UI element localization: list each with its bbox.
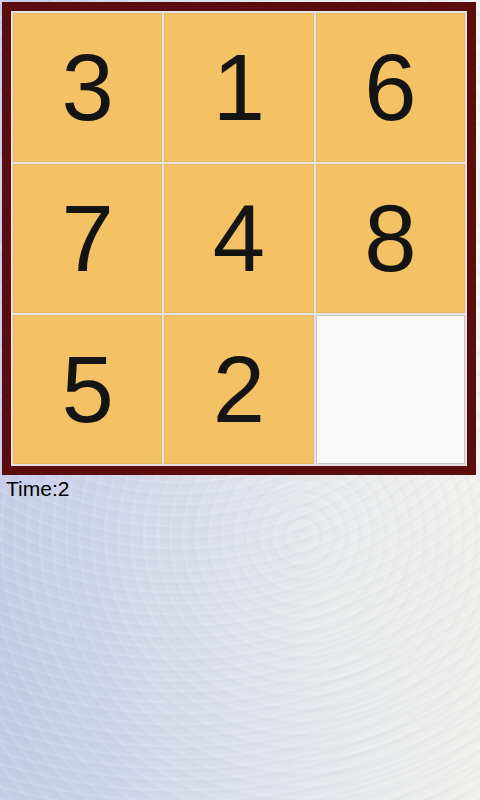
puzzle-grid: 3 1 6 7 4 8 5 2 bbox=[13, 13, 465, 464]
time-value: 2 bbox=[58, 477, 70, 500]
tile-r2c1[interactable]: 7 bbox=[13, 164, 162, 313]
tile-r1c2[interactable]: 1 bbox=[164, 13, 313, 162]
tile-r1c1[interactable]: 3 bbox=[13, 13, 162, 162]
tile-r2c3[interactable]: 8 bbox=[316, 164, 465, 313]
tile-r1c3[interactable]: 6 bbox=[316, 13, 465, 162]
empty-cell-r3c3 bbox=[316, 315, 465, 464]
time-prefix: Time: bbox=[6, 477, 58, 500]
tile-r3c2[interactable]: 2 bbox=[164, 315, 313, 464]
time-label: Time:2 bbox=[6, 477, 69, 501]
tile-r3c1[interactable]: 5 bbox=[13, 315, 162, 464]
puzzle-board: 3 1 6 7 4 8 5 2 bbox=[2, 2, 476, 475]
tile-r2c2[interactable]: 4 bbox=[164, 164, 313, 313]
